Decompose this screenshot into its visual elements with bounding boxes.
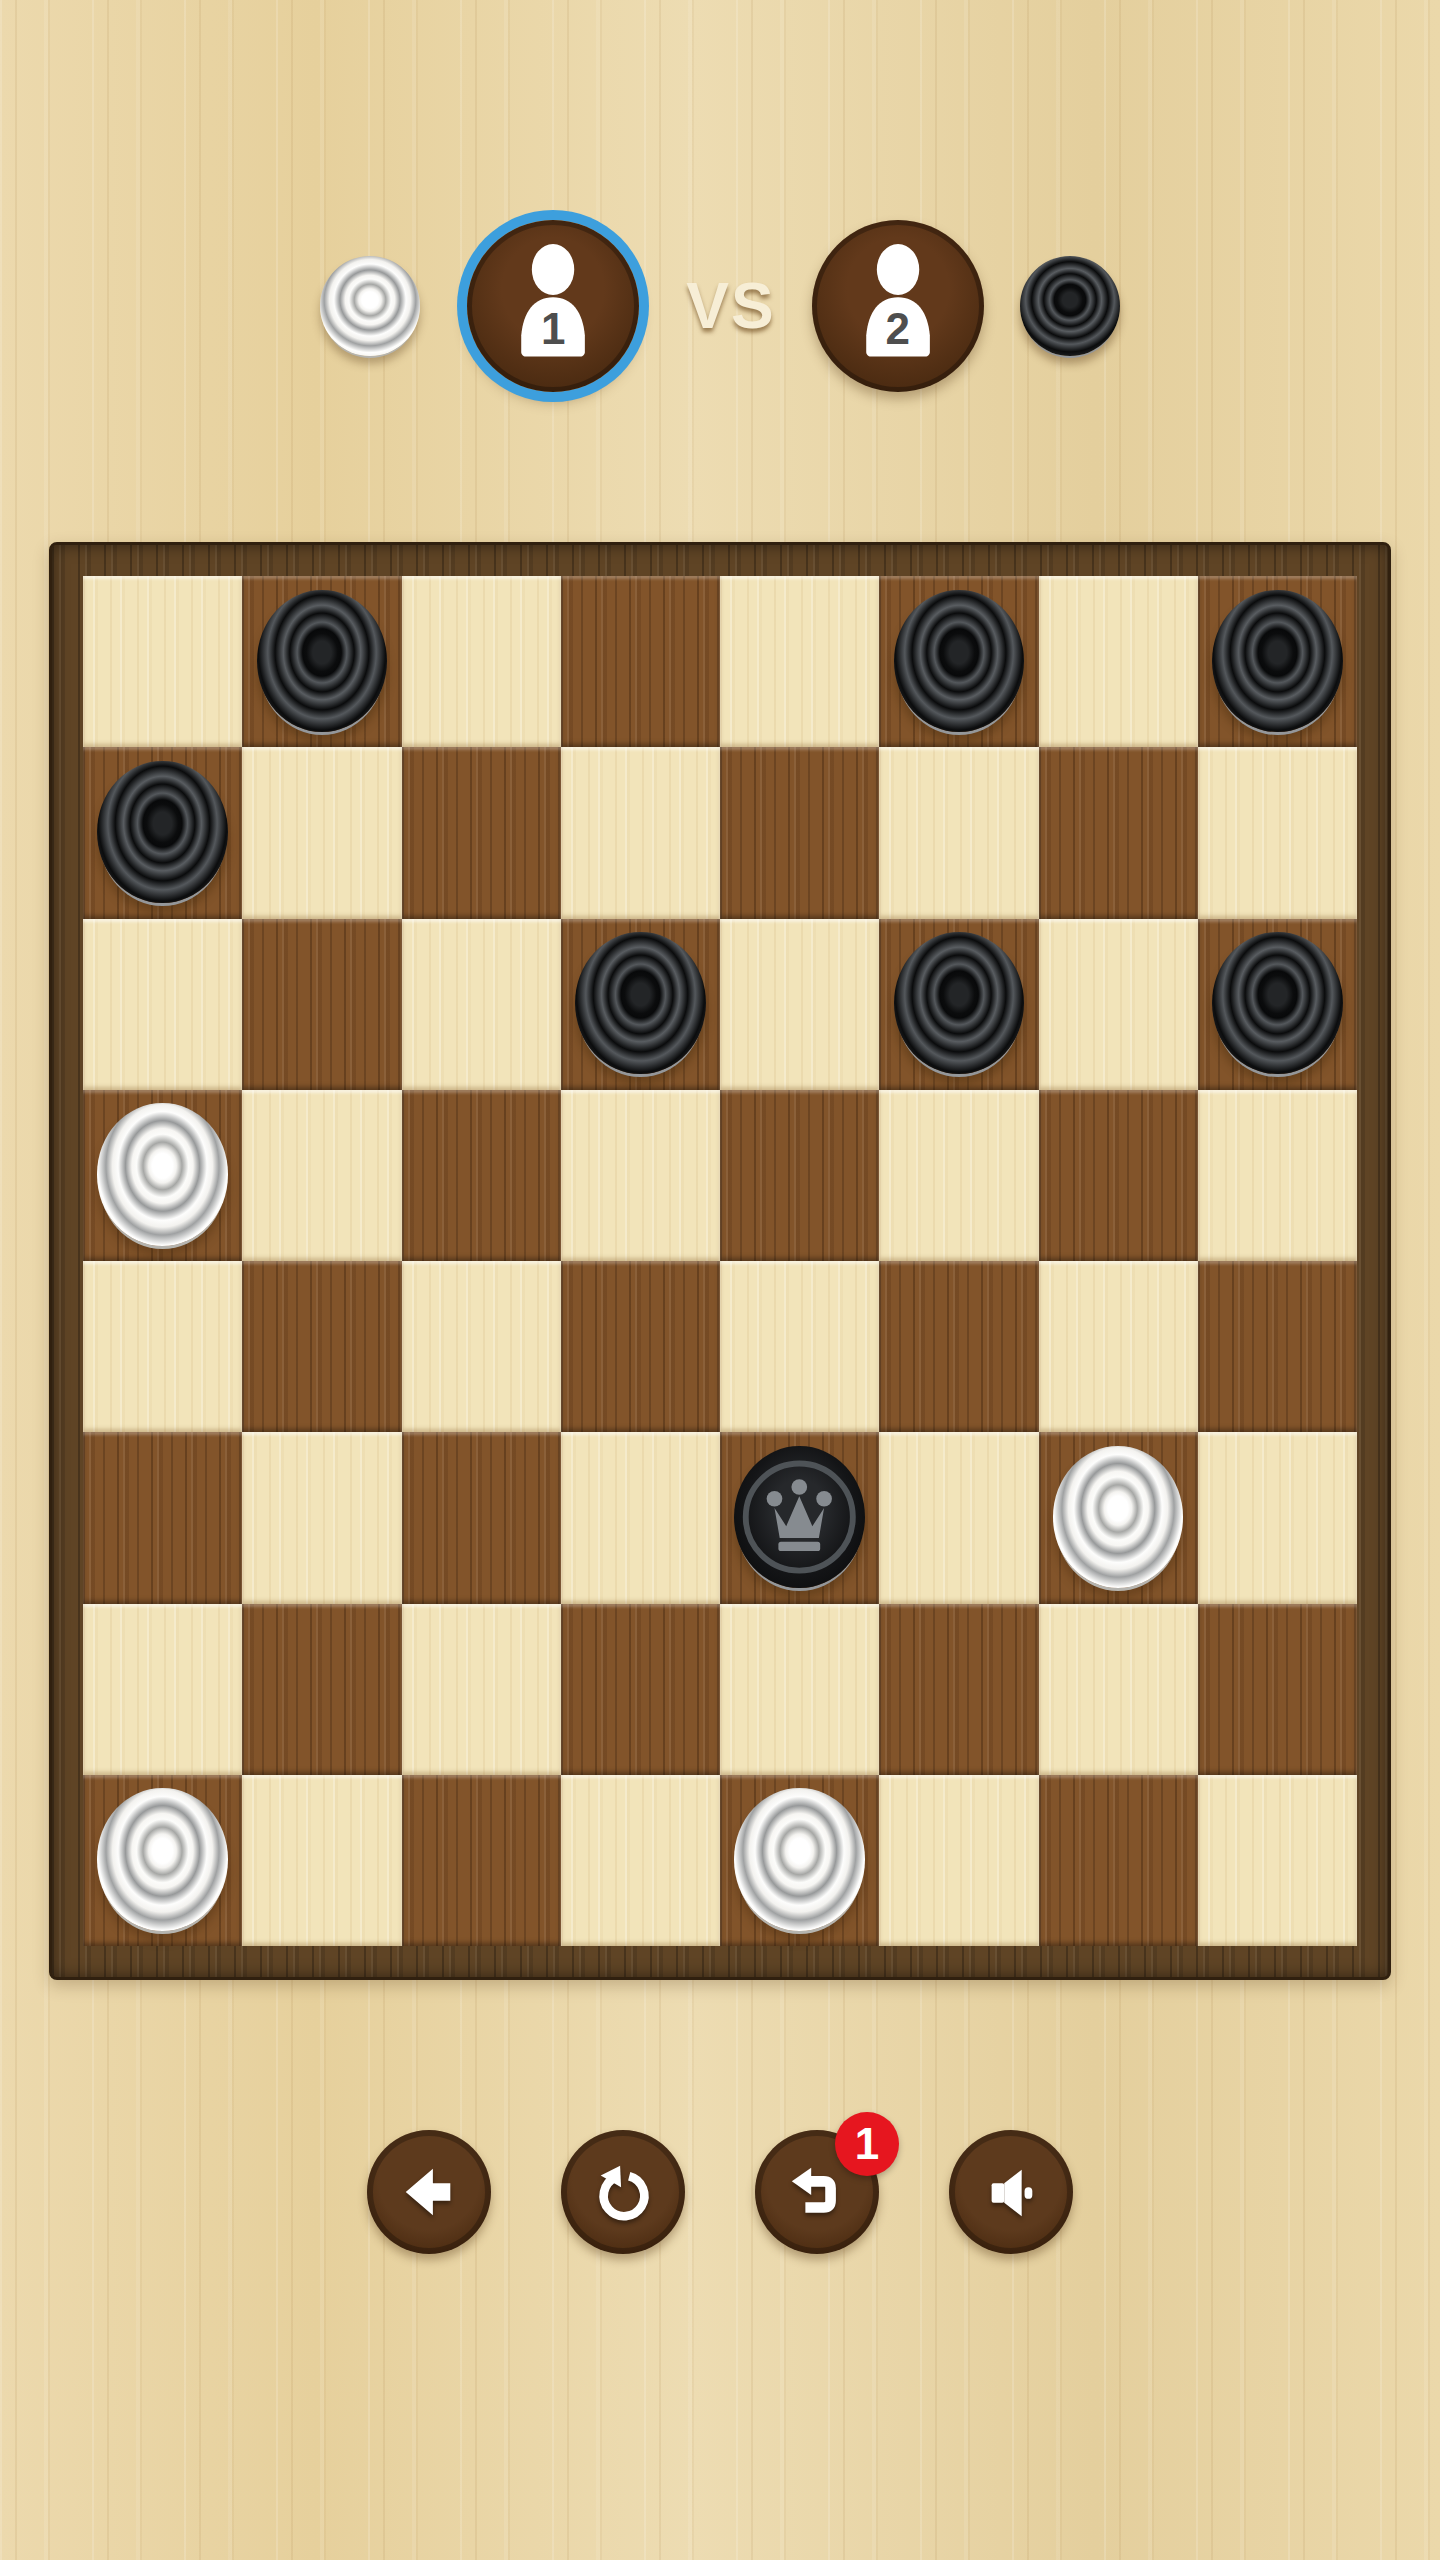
square-f8[interactable]: [879, 576, 1038, 747]
player1-number: 1: [467, 307, 639, 351]
player2-number: 2: [812, 307, 984, 351]
square-c2: [402, 1604, 561, 1775]
square-f2[interactable]: [879, 1604, 1038, 1775]
back-button[interactable]: [367, 2130, 491, 2254]
square-a8: [83, 576, 242, 747]
square-a3[interactable]: [83, 1432, 242, 1603]
square-b6[interactable]: [242, 919, 401, 1090]
square-a5[interactable]: [83, 1090, 242, 1261]
square-b2[interactable]: [242, 1604, 401, 1775]
square-e1[interactable]: [720, 1775, 879, 1946]
square-a2: [83, 1604, 242, 1775]
vs-label: VS: [686, 269, 775, 343]
square-b5: [242, 1090, 401, 1261]
square-c4: [402, 1261, 561, 1432]
square-h1: [1198, 1775, 1357, 1946]
square-d5: [561, 1090, 720, 1261]
players-bar: 1 VS 2: [0, 204, 1440, 408]
square-d4[interactable]: [561, 1261, 720, 1432]
square-h2[interactable]: [1198, 1604, 1357, 1775]
square-a1[interactable]: [83, 1775, 242, 1946]
square-c5[interactable]: [402, 1090, 561, 1261]
square-c3[interactable]: [402, 1432, 561, 1603]
square-e5[interactable]: [720, 1090, 879, 1261]
square-b3: [242, 1432, 401, 1603]
square-e8: [720, 576, 879, 747]
square-d1: [561, 1775, 720, 1946]
square-a4: [83, 1261, 242, 1432]
square-f6[interactable]: [879, 919, 1038, 1090]
toolbar: 1: [0, 2130, 1440, 2254]
checkers-board: [49, 542, 1391, 1980]
square-d6[interactable]: [561, 919, 720, 1090]
square-b4[interactable]: [242, 1261, 401, 1432]
black-king[interactable]: [734, 1446, 865, 1588]
undo-count-badge: 1: [835, 2112, 899, 2176]
white-man[interactable]: [97, 1788, 228, 1930]
square-a7[interactable]: [83, 747, 242, 918]
black-man[interactable]: [1212, 590, 1343, 732]
black-checker-chip: [1020, 256, 1120, 356]
board-grid: [83, 576, 1357, 1946]
back-arrow-icon: [398, 2161, 460, 2223]
king-crown-icon: [734, 1446, 865, 1588]
sound-button[interactable]: [949, 2130, 1073, 2254]
square-h8[interactable]: [1198, 576, 1357, 747]
square-e2: [720, 1604, 879, 1775]
black-man[interactable]: [575, 932, 706, 1074]
square-b1: [242, 1775, 401, 1946]
checkers-game-screen: 1 VS 2: [0, 0, 1440, 2560]
square-c1[interactable]: [402, 1775, 561, 1946]
square-h5: [1198, 1090, 1357, 1261]
square-d3: [561, 1432, 720, 1603]
square-h6[interactable]: [1198, 919, 1357, 1090]
square-d8[interactable]: [561, 576, 720, 747]
square-h7: [1198, 747, 1357, 918]
square-e6: [720, 919, 879, 1090]
square-h4[interactable]: [1198, 1261, 1357, 1432]
player1-avatar[interactable]: 1: [467, 220, 639, 392]
white-man[interactable]: [97, 1103, 228, 1245]
square-h3: [1198, 1432, 1357, 1603]
square-g3[interactable]: [1039, 1432, 1198, 1603]
black-man[interactable]: [97, 761, 228, 903]
square-g1[interactable]: [1039, 1775, 1198, 1946]
square-b7: [242, 747, 401, 918]
black-man[interactable]: [1212, 932, 1343, 1074]
speaker-icon: [980, 2161, 1042, 2223]
square-g8: [1039, 576, 1198, 747]
square-d2[interactable]: [561, 1604, 720, 1775]
square-c6: [402, 919, 561, 1090]
square-c8: [402, 576, 561, 747]
restart-icon: [592, 2161, 654, 2223]
square-g4: [1039, 1261, 1198, 1432]
square-f3: [879, 1432, 1038, 1603]
square-e7[interactable]: [720, 747, 879, 918]
square-f5: [879, 1090, 1038, 1261]
square-f7: [879, 747, 1038, 918]
restart-button[interactable]: [561, 2130, 685, 2254]
white-man[interactable]: [734, 1788, 865, 1930]
square-a6: [83, 919, 242, 1090]
white-man[interactable]: [1053, 1446, 1184, 1588]
black-man[interactable]: [894, 932, 1025, 1074]
square-f4[interactable]: [879, 1261, 1038, 1432]
square-c7[interactable]: [402, 747, 561, 918]
square-b8[interactable]: [242, 576, 401, 747]
square-f1: [879, 1775, 1038, 1946]
square-d7: [561, 747, 720, 918]
square-g2: [1039, 1604, 1198, 1775]
player2-avatar[interactable]: 2: [812, 220, 984, 392]
undo-button[interactable]: 1: [755, 2130, 879, 2254]
square-e3[interactable]: [720, 1432, 879, 1603]
undo-arrow-icon: [786, 2161, 848, 2223]
square-g6: [1039, 919, 1198, 1090]
black-man[interactable]: [894, 590, 1025, 732]
black-man[interactable]: [257, 590, 388, 732]
square-g5[interactable]: [1039, 1090, 1198, 1261]
square-e4: [720, 1261, 879, 1432]
square-g7[interactable]: [1039, 747, 1198, 918]
white-checker-chip: [320, 256, 420, 356]
